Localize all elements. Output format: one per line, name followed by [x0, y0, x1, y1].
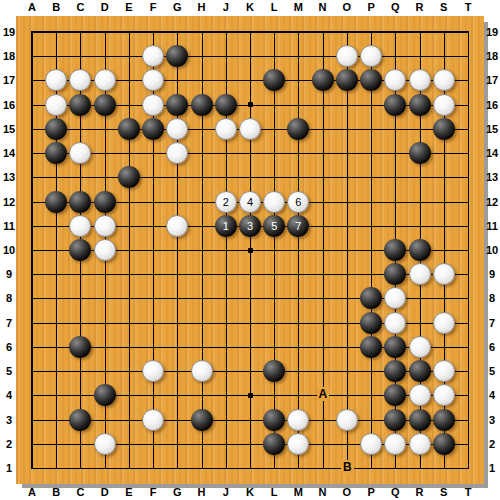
row-label-left-9: 9 [0, 267, 18, 281]
row-label-right-1: 1 [483, 461, 500, 475]
white-stone-H5[interactable] [191, 360, 213, 382]
row-label-right-4: 4 [483, 388, 500, 402]
column-label-top-B: B [46, 1, 66, 14]
black-stone-H3[interactable] [191, 409, 213, 431]
row-label-left-13: 13 [0, 170, 18, 184]
black-stone-R10[interactable] [409, 239, 431, 261]
column-label-top-J: J [216, 1, 236, 14]
column-label-top-M: M [288, 1, 308, 14]
column-label-bottom-C: C [70, 486, 90, 499]
row-label-right-17: 17 [483, 73, 500, 87]
go-board[interactable]: 2461357AB [16, 16, 484, 484]
go-app-screen: 2461357AB AABBCCDDEEFFGGHHJJKKLLMMNNOOPP… [0, 0, 500, 500]
column-label-top-H: H [192, 1, 212, 14]
row-label-right-10: 10 [483, 243, 500, 257]
column-label-top-D: D [95, 1, 115, 14]
black-stone-S15[interactable] [433, 118, 455, 140]
column-label-top-G: G [167, 1, 187, 14]
grid-line-vertical [298, 32, 299, 469]
column-label-top-N: N [313, 1, 333, 14]
row-label-right-6: 6 [483, 340, 500, 354]
column-label-top-C: C [70, 1, 90, 14]
black-stone-L2[interactable] [263, 433, 285, 455]
white-stone-S5[interactable] [433, 360, 455, 382]
white-stone-P2[interactable] [360, 433, 382, 455]
row-label-right-12: 12 [483, 195, 500, 209]
column-label-top-Q: Q [385, 1, 405, 14]
column-label-top-E: E [119, 1, 139, 14]
white-stone-Q7[interactable] [384, 312, 406, 334]
column-label-bottom-H: H [192, 486, 212, 499]
column-label-bottom-N: N [313, 486, 333, 499]
black-stone-D16[interactable] [94, 94, 116, 116]
white-stone-S4[interactable] [433, 384, 455, 406]
column-label-top-P: P [361, 1, 381, 14]
column-label-bottom-L: L [264, 486, 284, 499]
black-stone-P7[interactable] [360, 312, 382, 334]
white-stone-S17[interactable] [433, 69, 455, 91]
row-label-left-7: 7 [0, 316, 18, 330]
row-label-left-15: 15 [0, 122, 18, 136]
row-label-left-5: 5 [0, 364, 18, 378]
row-label-left-18: 18 [0, 49, 18, 63]
column-label-bottom-R: R [410, 486, 430, 499]
black-stone-R14[interactable] [409, 142, 431, 164]
white-stone-R2[interactable] [409, 433, 431, 455]
row-label-left-1: 1 [0, 461, 18, 475]
row-label-right-2: 2 [483, 437, 500, 451]
row-label-left-19: 19 [0, 25, 18, 39]
black-stone-S2[interactable] [433, 433, 455, 455]
column-label-top-K: K [240, 1, 260, 14]
black-stone-Q3[interactable] [384, 409, 406, 431]
black-stone-N17[interactable] [312, 69, 334, 91]
black-stone-R16[interactable] [409, 94, 431, 116]
black-stone-R3[interactable] [409, 409, 431, 431]
row-label-left-6: 6 [0, 340, 18, 354]
black-stone-D4[interactable] [94, 384, 116, 406]
board-annotation-A: A [317, 387, 330, 401]
grid-line-horizontal [32, 468, 469, 469]
white-stone-O18[interactable] [336, 45, 358, 67]
row-label-left-14: 14 [0, 146, 18, 160]
black-stone-J16[interactable] [215, 94, 237, 116]
column-label-top-O: O [337, 1, 357, 14]
column-label-bottom-A: A [22, 486, 42, 499]
row-label-right-5: 5 [483, 364, 500, 378]
black-stone-F15[interactable] [142, 118, 164, 140]
row-label-left-12: 12 [0, 195, 18, 209]
grid-line-vertical [468, 32, 469, 469]
white-stone-K12[interactable]: 4 [239, 191, 261, 213]
row-label-right-19: 19 [483, 25, 500, 39]
row-label-right-8: 8 [483, 291, 500, 305]
hoshi-point [248, 393, 253, 398]
row-label-right-18: 18 [483, 49, 500, 63]
grid-line-vertical [274, 32, 275, 469]
black-stone-S3[interactable] [433, 409, 455, 431]
white-stone-S9[interactable] [433, 263, 455, 285]
row-label-left-11: 11 [0, 219, 18, 233]
black-stone-E15[interactable] [118, 118, 140, 140]
black-stone-K11[interactable]: 3 [239, 215, 261, 237]
board-annotation-B: B [341, 460, 354, 474]
white-stone-Q2[interactable] [384, 433, 406, 455]
white-stone-F3[interactable] [142, 409, 164, 431]
column-label-top-L: L [264, 1, 284, 14]
black-stone-L11[interactable]: 5 [263, 215, 285, 237]
black-stone-C16[interactable] [69, 94, 91, 116]
white-stone-R9[interactable] [409, 263, 431, 285]
white-stone-R4[interactable] [409, 384, 431, 406]
white-stone-D17[interactable] [94, 69, 116, 91]
white-stone-J15[interactable] [215, 118, 237, 140]
column-label-top-S: S [434, 1, 454, 14]
column-label-bottom-E: E [119, 486, 139, 499]
black-stone-L3[interactable] [263, 409, 285, 431]
column-label-bottom-B: B [46, 486, 66, 499]
row-label-right-3: 3 [483, 413, 500, 427]
white-stone-G11[interactable] [166, 215, 188, 237]
white-stone-M12[interactable]: 6 [287, 191, 309, 213]
row-label-left-16: 16 [0, 98, 18, 112]
column-label-bottom-K: K [240, 486, 260, 499]
white-stone-B16[interactable] [45, 94, 67, 116]
row-label-right-11: 11 [483, 219, 500, 233]
white-stone-M3[interactable] [287, 409, 309, 431]
column-label-bottom-O: O [337, 486, 357, 499]
row-label-left-17: 17 [0, 73, 18, 87]
black-stone-P6[interactable] [360, 336, 382, 358]
column-label-bottom-T: T [458, 486, 478, 499]
column-label-bottom-F: F [143, 486, 163, 499]
column-label-top-T: T [458, 1, 478, 14]
row-label-left-3: 3 [0, 413, 18, 427]
row-label-right-14: 14 [483, 146, 500, 160]
white-stone-D10[interactable] [94, 239, 116, 261]
white-stone-D2[interactable] [94, 433, 116, 455]
row-label-left-4: 4 [0, 388, 18, 402]
white-stone-M2[interactable] [287, 433, 309, 455]
row-label-right-13: 13 [483, 170, 500, 184]
black-stone-C3[interactable] [69, 409, 91, 431]
column-label-bottom-S: S [434, 486, 454, 499]
white-stone-D11[interactable] [94, 215, 116, 237]
white-stone-F16[interactable] [142, 94, 164, 116]
black-stone-H16[interactable] [191, 94, 213, 116]
grid-line-vertical [371, 32, 372, 469]
black-stone-R5[interactable] [409, 360, 431, 382]
black-stone-J11[interactable]: 1 [215, 215, 237, 237]
white-stone-R6[interactable] [409, 336, 431, 358]
black-stone-Q16[interactable] [384, 94, 406, 116]
black-stone-B15[interactable] [45, 118, 67, 140]
row-label-left-2: 2 [0, 437, 18, 451]
row-label-right-7: 7 [483, 316, 500, 330]
column-label-bottom-M: M [288, 486, 308, 499]
grid-line-vertical [347, 32, 348, 469]
white-stone-L12[interactable] [263, 191, 285, 213]
column-label-top-A: A [22, 1, 42, 14]
column-label-bottom-Q: Q [385, 486, 405, 499]
white-stone-S7[interactable] [433, 312, 455, 334]
grid-line-vertical [323, 32, 324, 469]
row-label-right-9: 9 [483, 267, 500, 281]
white-stone-J12[interactable]: 2 [215, 191, 237, 213]
black-stone-B12[interactable] [45, 191, 67, 213]
black-stone-C12[interactable] [69, 191, 91, 213]
white-stone-K15[interactable] [239, 118, 261, 140]
black-stone-D12[interactable] [94, 191, 116, 213]
black-stone-G16[interactable] [166, 94, 188, 116]
white-stone-S16[interactable] [433, 94, 455, 116]
column-label-top-F: F [143, 1, 163, 14]
row-label-left-8: 8 [0, 291, 18, 305]
column-label-bottom-G: G [167, 486, 187, 499]
hoshi-point [248, 248, 253, 253]
white-stone-O3[interactable] [336, 409, 358, 431]
column-label-top-R: R [410, 1, 430, 14]
row-label-left-10: 10 [0, 243, 18, 257]
column-label-bottom-D: D [95, 486, 115, 499]
column-label-bottom-J: J [216, 486, 236, 499]
row-label-right-15: 15 [483, 122, 500, 136]
hoshi-point [248, 102, 253, 107]
row-label-right-16: 16 [483, 98, 500, 112]
column-label-bottom-P: P [361, 486, 381, 499]
white-stone-R17[interactable] [409, 69, 431, 91]
